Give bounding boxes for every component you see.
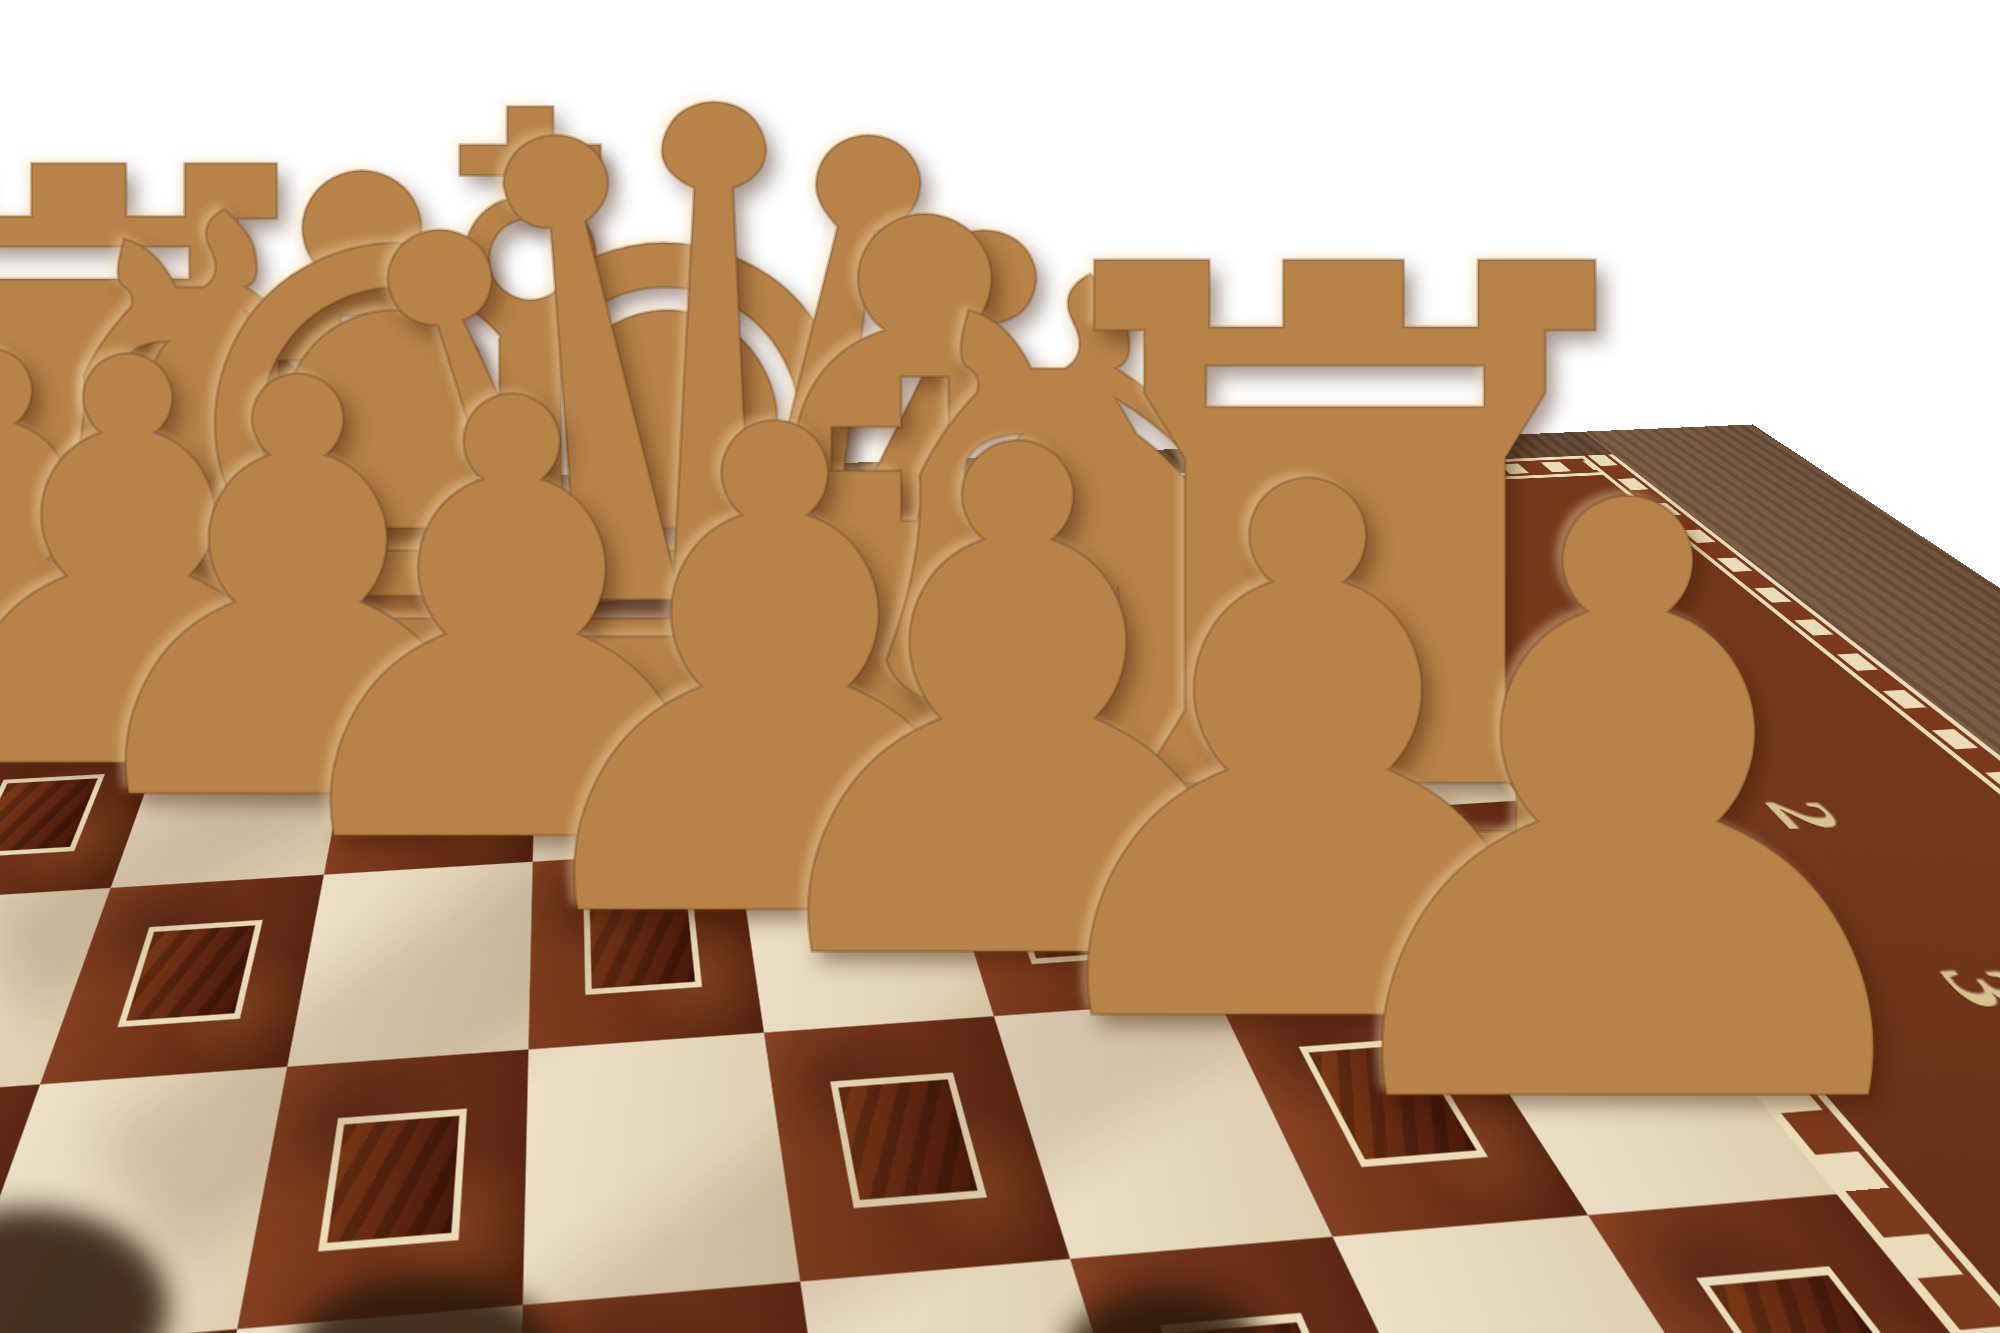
piece-white-pawn-a2[interactable]: ♟ xyxy=(1260,400,1995,1220)
dark-square-inlay xyxy=(317,1108,468,1253)
chess-photo-stage: 123 ♜♞♝♚♛♝♞♜♟♟♟♟♟♟♟♟ xyxy=(0,0,2000,1333)
